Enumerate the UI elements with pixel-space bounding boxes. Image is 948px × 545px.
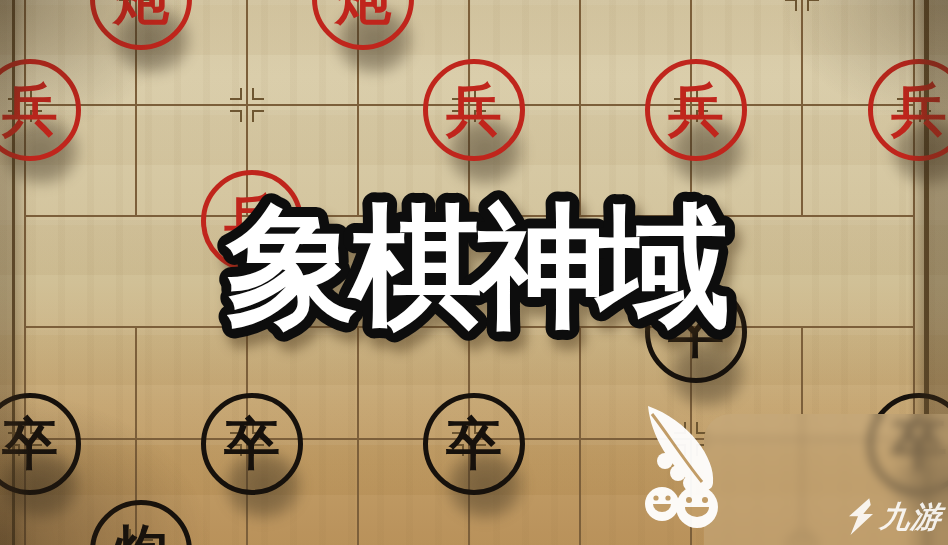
wandoujia-peapod-icon xyxy=(632,404,737,529)
piece-glyph: 兵 xyxy=(2,82,58,138)
grid-file-line xyxy=(357,327,359,545)
jiuyou-logo-text: 九游 xyxy=(878,497,944,538)
point-marker-corner xyxy=(807,0,819,11)
grid-file-line xyxy=(579,0,581,216)
piece-glyph: 卒 xyxy=(224,416,280,472)
piece-glyph: 兵 xyxy=(446,82,502,138)
piece-glyph: 炮 xyxy=(335,0,391,27)
piece-glyph: 兵 xyxy=(891,82,947,138)
jiuyou-logo-icon xyxy=(846,496,876,538)
point-marker-corner xyxy=(252,88,264,100)
jiuyou-watermark: 九游 xyxy=(846,496,942,538)
grid-file-line xyxy=(801,0,803,216)
piece-red-soldier: 兵 xyxy=(201,170,303,272)
piece-red-soldier: 兵 xyxy=(423,59,525,161)
point-marker xyxy=(227,85,267,125)
piece-black-soldier: 卒 xyxy=(201,393,303,495)
piece-glyph: 炮 xyxy=(113,523,169,545)
point-marker-corner xyxy=(230,110,242,122)
piece-glyph: 炮 xyxy=(113,0,169,27)
point-marker-corner xyxy=(252,110,264,122)
piece-black-cannon: 炮 xyxy=(90,500,192,545)
piece-glyph: 卒 xyxy=(446,416,502,472)
piece-glyph: 卒 xyxy=(2,416,58,472)
point-marker-corner xyxy=(785,0,797,11)
piece-glyph: 兵 xyxy=(668,82,724,138)
piece-black-soldier: 卒 xyxy=(645,281,747,383)
piece-glyph: 兵 xyxy=(224,193,280,249)
point-marker-corner xyxy=(230,88,242,100)
piece-red-soldier: 兵 xyxy=(645,59,747,161)
piece-black-soldier: 卒 xyxy=(423,393,525,495)
grid-file-line xyxy=(579,327,581,545)
promo-banner: 炮炮兵兵兵兵兵卒卒卒卒卒炮 象棋神域 九游 xyxy=(0,0,948,545)
point-marker xyxy=(782,0,822,14)
piece-glyph: 卒 xyxy=(668,304,724,360)
